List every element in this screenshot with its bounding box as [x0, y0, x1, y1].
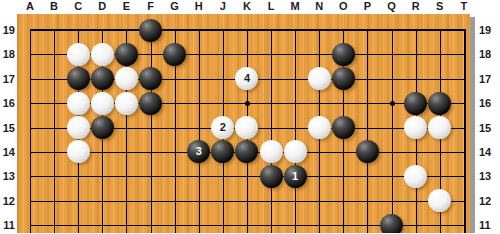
black-stone-D15[interactable]: [91, 116, 114, 139]
black-stone-O17[interactable]: [332, 67, 355, 90]
row-label-right-15: 15: [479, 121, 497, 135]
white-stone-N17[interactable]: [308, 67, 331, 90]
column-label-O: O: [335, 0, 351, 13]
column-label-H: H: [191, 0, 207, 13]
row-label-right-17: 17: [479, 72, 497, 86]
board-shadow-strip: [470, 17, 475, 233]
white-stone-N15[interactable]: [308, 116, 331, 139]
grid-vline-B: [54, 29, 55, 233]
black-stone-F16[interactable]: [139, 92, 162, 115]
grid-vline-T: [464, 29, 466, 233]
row-label-right-12: 12: [479, 194, 497, 208]
column-label-B: B: [46, 0, 62, 13]
column-label-E: E: [118, 0, 134, 13]
column-label-T: T: [456, 0, 472, 13]
row-label-right-11: 11: [479, 218, 497, 232]
row-label-left-18: 18: [0, 47, 15, 61]
white-stone-D16[interactable]: [91, 92, 114, 115]
column-label-A: A: [22, 0, 38, 13]
column-label-K: K: [239, 0, 255, 13]
grid-vline-F: [151, 29, 152, 233]
row-label-left-13: 13: [0, 169, 15, 183]
black-stone-Q11[interactable]: [380, 214, 403, 234]
grid-hline-12: [30, 201, 466, 202]
row-label-left-14: 14: [0, 145, 15, 159]
column-label-Q: Q: [384, 0, 400, 13]
black-stone-S16[interactable]: [428, 92, 451, 115]
column-label-M: M: [287, 0, 303, 13]
row-label-right-19: 19: [479, 23, 497, 37]
column-label-L: L: [263, 0, 279, 13]
grid-vline-M: [295, 29, 296, 233]
white-stone-C15[interactable]: [67, 116, 90, 139]
black-stone-C17[interactable]: [67, 67, 90, 90]
grid-vline-P: [367, 29, 368, 233]
black-stone-M13[interactable]: 1: [284, 165, 307, 188]
white-stone-C14[interactable]: [67, 140, 90, 163]
white-stone-R13[interactable]: [404, 165, 427, 188]
row-label-left-17: 17: [0, 72, 15, 86]
move-number-1: 1: [292, 171, 298, 182]
grid-vline-L: [271, 29, 272, 233]
grid-hline-19: [30, 29, 466, 31]
row-label-left-12: 12: [0, 194, 15, 208]
white-stone-C18[interactable]: [67, 43, 90, 66]
column-label-F: F: [143, 0, 159, 13]
white-stone-D18[interactable]: [91, 43, 114, 66]
black-stone-D17[interactable]: [91, 67, 114, 90]
row-label-right-14: 14: [479, 145, 497, 159]
white-stone-M14[interactable]: [284, 140, 307, 163]
column-label-J: J: [215, 0, 231, 13]
star-point-Q16: [390, 101, 395, 106]
column-label-G: G: [167, 0, 183, 13]
row-label-right-16: 16: [479, 96, 497, 110]
go-app-window: ABCDEFGHJKLMNOPQRST 191817161514131211 1…: [0, 0, 500, 233]
row-label-left-15: 15: [0, 121, 15, 135]
black-stone-O18[interactable]: [332, 43, 355, 66]
black-stone-R16[interactable]: [404, 92, 427, 115]
column-label-S: S: [432, 0, 448, 13]
move-number-2: 2: [220, 122, 226, 133]
grid-vline-A: [30, 29, 31, 233]
white-stone-C16[interactable]: [67, 92, 90, 115]
black-stone-L13[interactable]: [260, 165, 283, 188]
row-label-right-13: 13: [479, 169, 497, 183]
grid-hline-13: [30, 176, 466, 177]
column-label-R: R: [408, 0, 424, 13]
column-label-P: P: [359, 0, 375, 13]
white-stone-E16[interactable]: [115, 92, 138, 115]
row-label-right-18: 18: [479, 47, 497, 61]
black-stone-F19[interactable]: [139, 19, 162, 42]
column-label-N: N: [311, 0, 327, 13]
column-label-D: D: [94, 0, 110, 13]
grid-vline-Q: [392, 29, 393, 233]
row-label-left-16: 16: [0, 96, 15, 110]
grid-vline-H: [199, 29, 200, 233]
row-label-left-19: 19: [0, 23, 15, 37]
column-label-C: C: [70, 0, 86, 13]
black-stone-G18[interactable]: [163, 43, 186, 66]
move-number-3: 3: [196, 146, 202, 157]
black-stone-E18[interactable]: [115, 43, 138, 66]
row-label-left-11: 11: [0, 218, 15, 232]
black-stone-O15[interactable]: [332, 116, 355, 139]
white-stone-L14[interactable]: [260, 140, 283, 163]
move-number-4: 4: [244, 73, 250, 84]
